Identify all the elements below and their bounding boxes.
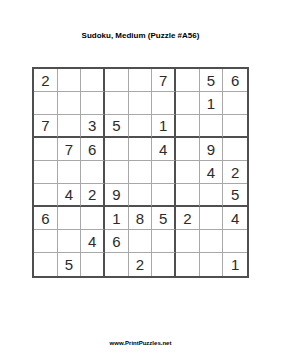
- cell-r8c2[interactable]: [58, 230, 82, 253]
- cell-r3c5[interactable]: [129, 115, 153, 138]
- cell-r6c8[interactable]: [200, 184, 224, 207]
- cell-r7c5: 8: [129, 207, 153, 230]
- cell-r6c5[interactable]: [129, 184, 153, 207]
- cell-r1c3[interactable]: [81, 69, 105, 92]
- cell-r1c9: 6: [223, 69, 247, 92]
- cell-r7c1: 6: [34, 207, 58, 230]
- cell-r7c9: 4: [223, 207, 247, 230]
- cell-r1c6: 7: [152, 69, 176, 92]
- cell-r3c3: 3: [81, 115, 105, 138]
- page: Sudoku, Medium (Puzzle #A56) 27561735176…: [0, 0, 281, 363]
- cell-r9c8[interactable]: [200, 253, 224, 276]
- cell-r2c6[interactable]: [152, 92, 176, 115]
- cell-r1c1: 2: [34, 69, 58, 92]
- cell-r1c2[interactable]: [58, 69, 82, 92]
- cell-r3c9[interactable]: [223, 115, 247, 138]
- cell-r4c8: 9: [200, 138, 224, 161]
- cell-r4c1[interactable]: [34, 138, 58, 161]
- cell-r6c7[interactable]: [176, 184, 200, 207]
- cell-r8c5[interactable]: [129, 230, 153, 253]
- cell-r8c1[interactable]: [34, 230, 58, 253]
- cell-r4c6: 4: [152, 138, 176, 161]
- cell-r5c2[interactable]: [58, 161, 82, 184]
- cell-r5c6[interactable]: [152, 161, 176, 184]
- cell-r7c3[interactable]: [81, 207, 105, 230]
- cell-r2c7[interactable]: [176, 92, 200, 115]
- cell-r7c2[interactable]: [58, 207, 82, 230]
- cell-r3c7[interactable]: [176, 115, 200, 138]
- cell-r5c1[interactable]: [34, 161, 58, 184]
- cell-r3c4: 5: [105, 115, 129, 138]
- cell-r4c2: 7: [58, 138, 82, 161]
- cell-r6c1[interactable]: [34, 184, 58, 207]
- sudoku-board: 275617351764942429561852446521: [32, 67, 249, 278]
- cell-r8c8[interactable]: [200, 230, 224, 253]
- cell-r3c8[interactable]: [200, 115, 224, 138]
- cell-r1c7[interactable]: [176, 69, 200, 92]
- cell-r9c1[interactable]: [34, 253, 58, 276]
- cell-r9c5: 2: [129, 253, 153, 276]
- cell-r6c6[interactable]: [152, 184, 176, 207]
- cell-r1c4[interactable]: [105, 69, 129, 92]
- cell-r2c2[interactable]: [58, 92, 82, 115]
- cell-r5c5[interactable]: [129, 161, 153, 184]
- cell-r2c4[interactable]: [105, 92, 129, 115]
- cell-r8c4: 6: [105, 230, 129, 253]
- cell-r1c8: 5: [200, 69, 224, 92]
- cell-r5c9: 2: [223, 161, 247, 184]
- cell-r2c9[interactable]: [223, 92, 247, 115]
- cell-r5c8: 4: [200, 161, 224, 184]
- cell-r4c3: 6: [81, 138, 105, 161]
- cell-r9c3[interactable]: [81, 253, 105, 276]
- cell-r8c3: 4: [81, 230, 105, 253]
- cell-r6c2: 4: [58, 184, 82, 207]
- cell-r8c7[interactable]: [176, 230, 200, 253]
- cell-r8c6[interactable]: [152, 230, 176, 253]
- cell-r9c4[interactable]: [105, 253, 129, 276]
- cell-r2c1[interactable]: [34, 92, 58, 115]
- cell-r7c8[interactable]: [200, 207, 224, 230]
- cell-r6c3: 2: [81, 184, 105, 207]
- page-title: Sudoku, Medium (Puzzle #A56): [0, 31, 281, 40]
- cell-r4c9[interactable]: [223, 138, 247, 161]
- cell-r6c9: 5: [223, 184, 247, 207]
- cell-r3c1: 7: [34, 115, 58, 138]
- cell-r3c2[interactable]: [58, 115, 82, 138]
- cell-r8c9[interactable]: [223, 230, 247, 253]
- cell-r9c7[interactable]: [176, 253, 200, 276]
- cell-r5c3[interactable]: [81, 161, 105, 184]
- cell-r2c5[interactable]: [129, 92, 153, 115]
- cell-r7c6: 5: [152, 207, 176, 230]
- cell-r3c6: 1: [152, 115, 176, 138]
- cell-r4c5[interactable]: [129, 138, 153, 161]
- footer-url: www.PrintPuzzles.net: [0, 340, 281, 346]
- cell-r6c4: 9: [105, 184, 129, 207]
- cell-r4c4[interactable]: [105, 138, 129, 161]
- cell-r9c2: 5: [58, 253, 82, 276]
- cell-r2c8: 1: [200, 92, 224, 115]
- cell-r5c4[interactable]: [105, 161, 129, 184]
- cell-r7c7: 2: [176, 207, 200, 230]
- cell-r7c4: 1: [105, 207, 129, 230]
- cell-r9c6[interactable]: [152, 253, 176, 276]
- cell-r2c3[interactable]: [81, 92, 105, 115]
- cell-r9c9: 1: [223, 253, 247, 276]
- cell-r4c7[interactable]: [176, 138, 200, 161]
- cell-r1c5[interactable]: [129, 69, 153, 92]
- cell-r5c7[interactable]: [176, 161, 200, 184]
